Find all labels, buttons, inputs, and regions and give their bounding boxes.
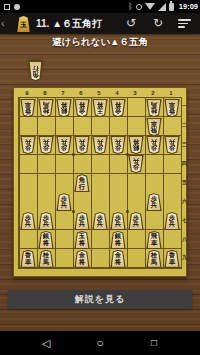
row-label: 四 (181, 160, 188, 166)
piece-kanji: 歩兵 (74, 138, 90, 152)
nav-recent-icon[interactable]: □ (144, 336, 164, 350)
piece-kanji: 歩兵 (92, 138, 108, 152)
status-bar: ᛒ 19:09 (0, 0, 200, 13)
piece-gote-歩兵-53[interactable]: 歩兵 (92, 136, 108, 154)
piece-sente-歩兵-67[interactable]: 歩兵 (74, 212, 90, 230)
piece-kanji: 角行 (28, 65, 43, 79)
piece-kanji: 歩兵 (110, 138, 126, 152)
piece-sente-飛車-28[interactable]: 飛車 (146, 231, 162, 249)
piece-sente-香車-19[interactable]: 香車 (164, 250, 180, 268)
piece-kanji: 歩兵 (20, 138, 36, 152)
piece-kanji: 歩兵 (20, 215, 36, 229)
piece-sente-桂馬-89[interactable]: 桂馬 (38, 250, 54, 268)
app-bar: ‹ 玉 11. ▲６五角打 ↺ ↻ (0, 13, 200, 34)
piece-kanji: 歩兵 (92, 215, 108, 229)
row-label: 二 (181, 122, 188, 128)
piece-kanji: 銀将 (56, 101, 72, 115)
piece-gote-歩兵-63[interactable]: 歩兵 (74, 136, 90, 154)
piece-kanji: 歩兵 (128, 215, 144, 229)
back-icon[interactable]: ‹ (1, 17, 5, 30)
move-title: 11. ▲６五角打 (36, 17, 102, 30)
piece-gote-銀将-71[interactable]: 銀将 (56, 99, 72, 117)
redo-button[interactable]: ↻ (150, 16, 166, 31)
shogi-board[interactable]: 987654321 一二三四五六七八九 香車桂馬銀将金将王将金将桂馬香車飛車歩兵… (13, 87, 187, 277)
piece-gote-金将-61[interactable]: 金将 (74, 99, 90, 117)
piece-kanji: 金将 (74, 252, 90, 266)
piece-gote-王将-51[interactable]: 王将 (92, 99, 108, 117)
clock: 19:09 (179, 2, 198, 11)
piece-gote-銀将-33[interactable]: 銀将 (128, 136, 144, 154)
piece-sente-歩兵-37[interactable]: 歩兵 (128, 212, 144, 230)
battery-icon (169, 3, 174, 11)
nav-home-icon[interactable]: ○ (90, 336, 110, 350)
piece-sente-銀将-88[interactable]: 銀将 (38, 231, 54, 249)
notification-dot-icon (14, 4, 20, 10)
signal-icon (158, 3, 166, 11)
piece-kanji: 歩兵 (128, 157, 144, 171)
data-saver-icon (136, 4, 142, 10)
piece-kanji: 歩兵 (56, 196, 72, 210)
piece-kanji: 歩兵 (146, 138, 162, 152)
piece-gote-歩兵-34[interactable]: 歩兵 (128, 155, 144, 173)
piece-kanji: 角行 (74, 177, 90, 191)
piece-kanji: 歩兵 (74, 215, 90, 229)
app-piece-kanji: 玉 (17, 21, 30, 29)
row-label: 五 (181, 179, 188, 185)
piece-kanji: 銀将 (110, 233, 126, 247)
row-label: 七 (181, 217, 188, 223)
piece-sente-歩兵-76[interactable]: 歩兵 (56, 193, 72, 211)
piece-gote-歩兵-83[interactable]: 歩兵 (38, 136, 54, 154)
piece-sente-金将-49[interactable]: 金将 (110, 250, 126, 268)
piece-gote-桂馬-81[interactable]: 桂馬 (38, 99, 54, 117)
column-label: 5 (90, 89, 108, 97)
row-label: 六 (181, 198, 188, 204)
piece-kanji: 香車 (20, 101, 36, 115)
piece-sente-歩兵-26[interactable]: 歩兵 (146, 193, 162, 211)
phone-screen: ᛒ 19:09 ‹ 玉 11. ▲６五角打 ↺ ↻ 避けられない▲６五角 角行 … (0, 0, 200, 355)
piece-kanji: 歩兵 (38, 215, 54, 229)
piece-kanji: 飛車 (146, 119, 162, 133)
piece-kanji: 歩兵 (164, 215, 180, 229)
column-label: 2 (144, 89, 162, 97)
piece-sente-銀将-48[interactable]: 銀将 (110, 231, 126, 249)
piece-gote-飛車-22[interactable]: 飛車 (146, 118, 162, 136)
piece-sente-歩兵-57[interactable]: 歩兵 (92, 212, 108, 230)
piece-kanji: 桂馬 (146, 252, 162, 266)
piece-kanji: 歩兵 (56, 138, 72, 152)
column-label: 3 (126, 89, 144, 97)
column-label: 9 (18, 89, 36, 97)
piece-sente-歩兵-47[interactable]: 歩兵 (110, 212, 126, 230)
piece-sente-角行-65[interactable]: 角行 (74, 174, 90, 192)
android-nav-bar: ◁ ○ □ (0, 331, 200, 355)
piece-kanji: 歩兵 (110, 215, 126, 229)
piece-sente-玉将-68[interactable]: 玉将 (74, 231, 90, 249)
piece-sente-歩兵-17[interactable]: 歩兵 (164, 212, 180, 230)
piece-kanji: 玉将 (74, 233, 90, 247)
piece-sente-桂馬-29[interactable]: 桂馬 (146, 250, 162, 268)
board-column-labels: 987654321 (18, 89, 180, 97)
piece-kanji: 桂馬 (38, 101, 54, 115)
piece-kanji: 王将 (92, 101, 108, 115)
piece-kanji: 歩兵 (146, 196, 162, 210)
piece-gote-歩兵-93[interactable]: 歩兵 (20, 136, 36, 154)
notification-square-icon (4, 4, 10, 10)
piece-kanji: 飛車 (146, 233, 162, 247)
column-label: 4 (108, 89, 126, 97)
piece-kanji: 銀将 (38, 233, 54, 247)
piece-kanji: 桂馬 (38, 252, 54, 266)
row-label: 一 (181, 103, 188, 109)
piece-sente-歩兵-87[interactable]: 歩兵 (38, 212, 54, 230)
piece-gote-歩兵-23[interactable]: 歩兵 (146, 136, 162, 154)
piece-gote-歩兵-43[interactable]: 歩兵 (110, 136, 126, 154)
piece-gote-歩兵-73[interactable]: 歩兵 (56, 136, 72, 154)
column-label: 7 (54, 89, 72, 97)
row-label: 八 (181, 236, 188, 242)
piece-kanji: 銀将 (128, 138, 144, 152)
piece-gote-香車-91[interactable]: 香車 (20, 99, 36, 117)
board-row-labels: 一二三四五六七八九 (181, 97, 188, 267)
undo-button[interactable]: ↺ (123, 16, 139, 31)
piece-kanji: 香車 (164, 252, 180, 266)
piece-kanji: 金将 (74, 101, 90, 115)
app-piece-icon: 玉 (17, 16, 30, 32)
column-label: 6 (72, 89, 90, 97)
menu-icon[interactable] (178, 19, 194, 30)
piece-sente-歩兵-97[interactable]: 歩兵 (20, 212, 36, 230)
piece-gote-香車-11[interactable]: 香車 (164, 99, 180, 117)
piece-sente-金将-69[interactable]: 金将 (74, 250, 90, 268)
piece-gote-歩兵-13[interactable]: 歩兵 (164, 136, 180, 154)
board-grid[interactable]: 香車桂馬銀将金将王将金将桂馬香車飛車歩兵歩兵歩兵歩兵歩兵歩兵銀将歩兵歩兵歩兵角行… (18, 97, 182, 269)
piece-kanji: 歩兵 (164, 138, 180, 152)
piece-kanji: 桂馬 (146, 101, 162, 115)
piece-kanji: 香車 (20, 252, 36, 266)
piece-undefined-角行-in-hand[interactable]: 角行 (28, 61, 43, 81)
piece-kanji: 香車 (164, 101, 180, 115)
piece-kanji: 歩兵 (38, 138, 54, 152)
hint-text: 避けられない▲６五角 (0, 36, 200, 49)
column-label: 1 (162, 89, 180, 97)
bluetooth-icon: ᛒ (128, 3, 133, 11)
nav-back-icon[interactable]: ◁ (36, 336, 56, 350)
row-label: 九 (181, 254, 188, 260)
piece-kanji: 金将 (110, 252, 126, 266)
column-label: 8 (36, 89, 54, 97)
piece-gote-桂馬-21[interactable]: 桂馬 (146, 99, 162, 117)
commentary-button[interactable]: 解説を見る (8, 290, 192, 309)
wifi-icon (145, 3, 155, 10)
piece-sente-香車-99[interactable]: 香車 (20, 250, 36, 268)
piece-kanji: 金将 (110, 101, 126, 115)
row-label: 三 (181, 141, 188, 147)
piece-gote-金将-41[interactable]: 金将 (110, 99, 126, 117)
